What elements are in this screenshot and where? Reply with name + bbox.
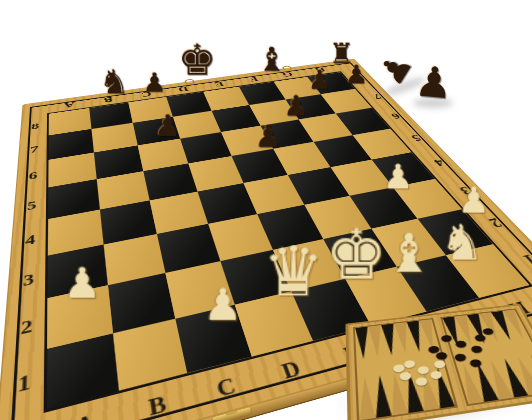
dark-pawn: ♟ (142, 70, 166, 97)
white-knight: ♞ (440, 218, 484, 267)
white-queen: ♛ (262, 237, 324, 306)
file-label-far: D (177, 85, 189, 94)
backgammon-case (345, 304, 532, 420)
backgammon-half (353, 318, 458, 420)
backgammon-point (357, 376, 375, 420)
file-label-near: A (74, 409, 95, 420)
square-b6 (94, 145, 143, 179)
dark-pawn: ♟ (308, 67, 332, 93)
brass-latch-icon (212, 407, 250, 420)
rank-label-left: 2 (20, 315, 33, 339)
photo-backdrop: ♞♟♚♝♜♟♟♟♟♟♟♟♟♟♛♚♝♞ AABBCCDDEEFFGGHH88776… (0, 0, 532, 420)
backgammon-checker-black (435, 352, 448, 361)
backgammon-point-row (457, 354, 532, 404)
backgammon-point (503, 310, 530, 340)
dark-knight: ♞ (99, 65, 129, 98)
backgammon-point-row (355, 319, 440, 360)
rank-label-left: 3 (23, 270, 35, 291)
file-label-near: C (214, 372, 239, 403)
rank-label-left: 4 (25, 231, 36, 249)
dark-bishop: ♝ (256, 43, 286, 76)
backgammon-point (372, 374, 392, 418)
square-b3 (104, 234, 166, 285)
backgammon-point (355, 327, 371, 360)
rank-label-left: 1 (17, 369, 31, 398)
file-label-near: D (278, 356, 304, 386)
rank-label-right: 6 (388, 111, 403, 121)
rank-label-right: 5 (408, 132, 424, 143)
white-pawn: ♟ (202, 284, 242, 328)
rank-label-right: 4 (430, 156, 448, 169)
square-c3 (157, 224, 220, 273)
white-king: ♚ (325, 220, 388, 290)
rank-label-left: 6 (28, 169, 37, 182)
square-c1: ♟ (175, 305, 251, 373)
square-c5 (143, 163, 197, 200)
square-c6: ♟ (138, 139, 188, 171)
rank-label-right: 1 (518, 250, 532, 269)
rank-label-left: 8 (31, 121, 39, 131)
square-d5 (188, 156, 243, 192)
rank-label-right: 7 (370, 92, 384, 101)
white-bishop: ♝ (384, 227, 432, 281)
white-pawn: ♟ (383, 160, 414, 194)
rank-label-left: 5 (27, 198, 37, 213)
dark-pawn: ♟ (154, 111, 181, 141)
dark-king: ♚ (177, 39, 216, 82)
file-label-near: B (147, 390, 169, 420)
backgammon-point (368, 325, 385, 358)
rank-label-left: 7 (30, 144, 39, 156)
dark-pawn: ♟ (254, 121, 282, 152)
dark-pawn: ♟ (344, 62, 367, 88)
file-label-far: A (64, 100, 75, 110)
square-b1 (113, 319, 187, 391)
dark-pawn: ♟ (283, 92, 308, 120)
square-a6 (48, 152, 96, 187)
white-pawn: ♟ (62, 263, 100, 306)
square-b5 (97, 171, 150, 209)
